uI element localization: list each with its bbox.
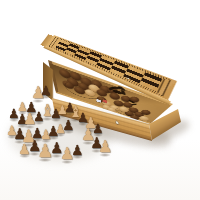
scattered-chessmen-cluster: ♟♟♟♟♟♟♟♟♝♟♟♟♟♟♟♟♟♟♟♟♟♟♟♟♟♟♝♟♟♟♟♟♟	[0, 0, 200, 200]
light-wooden-chessman: ♟	[98, 139, 112, 155]
dark-wooden-chessman: ♟	[40, 84, 52, 97]
product-photo-wooden-chess-set: ♟♟♟♟♟♟♟♟♝♟♟♟♟♟♟♟♟♟♟♟♟♟♟♟♟♟♝♟♟♟♟♟♟	[0, 0, 200, 200]
dark-wooden-chessman: ♟	[71, 143, 84, 157]
